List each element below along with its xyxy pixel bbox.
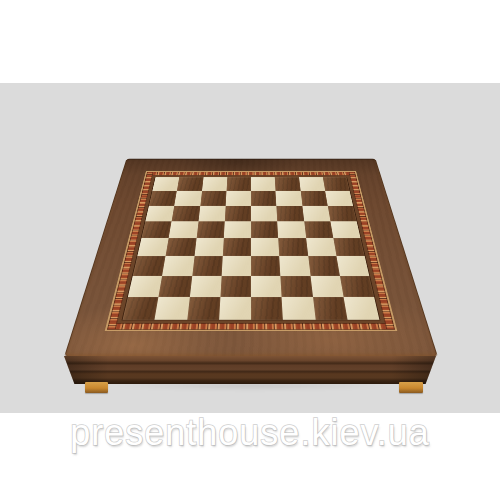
board-square <box>333 238 365 256</box>
board-square <box>251 221 278 238</box>
board-square <box>200 191 226 206</box>
board-square <box>323 177 350 191</box>
mosaic-strip-bottom <box>107 323 395 329</box>
board-square <box>251 191 277 206</box>
board-square <box>251 238 279 256</box>
board-top-face <box>64 159 438 357</box>
board-square <box>310 276 343 297</box>
board-square <box>251 276 282 297</box>
board-square <box>123 297 159 320</box>
board-square <box>149 191 177 206</box>
board-square <box>194 238 223 256</box>
board-square <box>336 256 369 276</box>
board-square <box>221 256 251 276</box>
board-square <box>300 191 327 206</box>
board-square <box>141 221 171 238</box>
board-square <box>223 238 251 256</box>
board-square <box>302 206 330 222</box>
board-square <box>225 206 251 222</box>
board-square <box>325 191 353 206</box>
board-square <box>328 206 357 222</box>
board-square <box>177 177 203 191</box>
board-square <box>276 191 302 206</box>
board-square <box>187 297 220 320</box>
board-square <box>128 276 162 297</box>
board-square <box>281 276 313 297</box>
board-square <box>224 221 251 238</box>
board-square <box>159 276 192 297</box>
board-square <box>251 297 283 320</box>
board-square <box>226 177 251 191</box>
board-square <box>282 297 315 320</box>
board-square <box>299 177 325 191</box>
board-square <box>174 191 201 206</box>
board-square <box>155 297 190 320</box>
board-square <box>145 206 174 222</box>
board-square <box>251 177 276 191</box>
board-square <box>169 221 198 238</box>
board-square <box>172 206 200 222</box>
board-square <box>152 177 179 191</box>
right-foot <box>399 382 423 393</box>
board-square <box>220 276 251 297</box>
product-photo: presenthouse.kiev.ua <box>0 0 500 500</box>
board-square <box>278 238 307 256</box>
board-square <box>251 256 281 276</box>
board-square <box>198 206 225 222</box>
board-square <box>166 238 197 256</box>
board-square <box>192 256 223 276</box>
mosaic-inlay-border <box>105 171 398 331</box>
left-foot <box>85 382 108 393</box>
board-square <box>275 177 300 191</box>
board-square <box>251 206 277 222</box>
box-side-front <box>64 356 436 384</box>
board-square <box>277 206 304 222</box>
board-square <box>343 297 379 320</box>
board-square <box>196 221 224 238</box>
checkerboard <box>122 177 381 320</box>
board-square <box>308 256 340 276</box>
board-square <box>306 238 337 256</box>
board-square <box>340 276 374 297</box>
board-square <box>133 256 166 276</box>
board-square <box>162 256 194 276</box>
board-square <box>330 221 360 238</box>
drop-shadow <box>72 384 428 391</box>
board-square <box>313 297 348 320</box>
board-square <box>202 177 227 191</box>
board-square <box>225 191 251 206</box>
board-square <box>219 297 251 320</box>
watermark-text: presenthouse.kiev.ua <box>0 412 500 454</box>
mosaic-strip-top <box>146 172 356 175</box>
board-square <box>137 238 169 256</box>
board-square <box>304 221 333 238</box>
board-square <box>279 256 310 276</box>
board-square <box>189 276 221 297</box>
board-square <box>277 221 305 238</box>
